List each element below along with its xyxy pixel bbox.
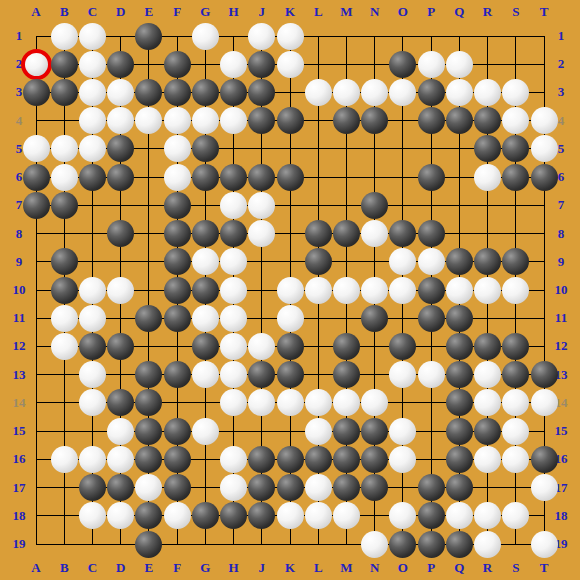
stone-white-k14[interactable] [277, 389, 304, 416]
stone-black-p3[interactable] [418, 79, 445, 106]
row-label-right-3: 3 [558, 84, 565, 100]
stone-white-n8[interactable] [361, 220, 388, 247]
column-label-bottom-e: E [145, 560, 154, 576]
stone-black-d17[interactable] [107, 474, 134, 501]
column-label-top-a: A [31, 4, 40, 20]
stone-black-n17[interactable] [361, 474, 388, 501]
stone-black-j17[interactable] [248, 474, 275, 501]
stone-white-e4[interactable] [135, 107, 162, 134]
stone-white-s4[interactable] [502, 107, 529, 134]
row-label-left-10: 10 [13, 282, 26, 298]
stone-white-h14[interactable] [220, 389, 247, 416]
stone-black-q14[interactable] [446, 389, 473, 416]
stone-white-j12[interactable] [248, 333, 275, 360]
stone-white-h12[interactable] [220, 333, 247, 360]
stone-black-d6[interactable] [107, 164, 134, 191]
column-label-top-e: E [145, 4, 154, 20]
stone-black-q15[interactable] [446, 418, 473, 445]
column-label-bottom-n: N [370, 560, 379, 576]
row-label-right-12: 12 [555, 338, 568, 354]
stone-white-r10[interactable] [474, 277, 501, 304]
stone-black-p6[interactable] [418, 164, 445, 191]
stone-black-r15[interactable] [474, 418, 501, 445]
stone-black-e15[interactable] [135, 418, 162, 445]
stone-white-s15[interactable] [502, 418, 529, 445]
row-label-left-9: 9 [16, 254, 23, 270]
stone-black-f11[interactable] [164, 305, 191, 332]
stone-white-c16[interactable] [79, 446, 106, 473]
stone-black-f7[interactable] [164, 192, 191, 219]
stone-black-a6[interactable] [23, 164, 50, 191]
stone-white-a5[interactable] [23, 135, 50, 162]
row-label-right-5: 5 [558, 141, 565, 157]
stone-black-p11[interactable] [418, 305, 445, 332]
row-label-left-8: 8 [16, 226, 23, 242]
stone-black-h6[interactable] [220, 164, 247, 191]
stone-white-r18[interactable] [474, 502, 501, 529]
stone-white-k2[interactable] [277, 51, 304, 78]
stone-black-p17[interactable] [418, 474, 445, 501]
stone-black-m17[interactable] [333, 474, 360, 501]
column-label-top-o: O [398, 4, 408, 20]
stone-black-s12[interactable] [502, 333, 529, 360]
row-label-left-7: 7 [16, 197, 23, 213]
stone-white-l14[interactable] [305, 389, 332, 416]
column-label-bottom-r: R [483, 560, 492, 576]
stone-white-t5[interactable] [531, 135, 558, 162]
stone-white-t17[interactable] [531, 474, 558, 501]
stone-black-l16[interactable] [305, 446, 332, 473]
row-label-left-3: 3 [16, 84, 23, 100]
stone-black-e11[interactable] [135, 305, 162, 332]
stone-white-c13[interactable] [79, 361, 106, 388]
column-label-bottom-s: S [512, 560, 519, 576]
stone-white-c14[interactable] [79, 389, 106, 416]
stone-black-m12[interactable] [333, 333, 360, 360]
row-label-right-8: 8 [558, 226, 565, 242]
row-label-left-19: 19 [13, 536, 26, 552]
stone-black-k16[interactable] [277, 446, 304, 473]
stone-black-t6[interactable] [531, 164, 558, 191]
stone-black-m4[interactable] [333, 107, 360, 134]
stone-black-t13[interactable] [531, 361, 558, 388]
row-label-left-12: 12 [13, 338, 26, 354]
stone-white-r13[interactable] [474, 361, 501, 388]
stone-white-j1[interactable] [248, 23, 275, 50]
stone-white-f18[interactable] [164, 502, 191, 529]
stone-black-g10[interactable] [192, 277, 219, 304]
column-label-top-k: K [285, 4, 295, 20]
stone-white-l18[interactable] [305, 502, 332, 529]
stone-black-q19[interactable] [446, 531, 473, 558]
stone-black-r12[interactable] [474, 333, 501, 360]
stone-black-e18[interactable] [135, 502, 162, 529]
stone-black-f16[interactable] [164, 446, 191, 473]
column-label-bottom-g: G [200, 560, 210, 576]
stone-white-n14[interactable] [361, 389, 388, 416]
stone-white-p9[interactable] [418, 248, 445, 275]
stone-white-h7[interactable] [220, 192, 247, 219]
row-label-left-4: 4 [16, 113, 23, 129]
stone-black-j18[interactable] [248, 502, 275, 529]
stone-black-f8[interactable] [164, 220, 191, 247]
stone-white-b12[interactable] [51, 333, 78, 360]
row-label-left-14: 14 [13, 395, 26, 411]
column-label-bottom-t: T [540, 560, 549, 576]
stone-white-k11[interactable] [277, 305, 304, 332]
stone-white-t4[interactable] [531, 107, 558, 134]
stone-black-k17[interactable] [277, 474, 304, 501]
row-label-left-17: 17 [13, 480, 26, 496]
stone-black-r4[interactable] [474, 107, 501, 134]
stone-black-k4[interactable] [277, 107, 304, 134]
stone-white-b5[interactable] [51, 135, 78, 162]
stone-black-e3[interactable] [135, 79, 162, 106]
stone-white-m14[interactable] [333, 389, 360, 416]
stone-black-o19[interactable] [389, 531, 416, 558]
stone-white-e17[interactable] [135, 474, 162, 501]
stone-white-r16[interactable] [474, 446, 501, 473]
stone-black-q11[interactable] [446, 305, 473, 332]
row-label-left-5: 5 [16, 141, 23, 157]
stone-black-j2[interactable] [248, 51, 275, 78]
stone-black-t16[interactable] [531, 446, 558, 473]
stone-black-n7[interactable] [361, 192, 388, 219]
column-label-bottom-h: H [228, 560, 238, 576]
column-label-bottom-f: F [173, 560, 181, 576]
stone-white-d15[interactable] [107, 418, 134, 445]
stone-black-n15[interactable] [361, 418, 388, 445]
stone-black-p4[interactable] [418, 107, 445, 134]
column-label-bottom-a: A [31, 560, 40, 576]
stone-white-g13[interactable] [192, 361, 219, 388]
stone-white-r14[interactable] [474, 389, 501, 416]
stone-white-r6[interactable] [474, 164, 501, 191]
stone-black-l8[interactable] [305, 220, 332, 247]
column-label-top-r: R [483, 4, 492, 20]
stone-black-h3[interactable] [220, 79, 247, 106]
stone-white-q3[interactable] [446, 79, 473, 106]
stone-white-n10[interactable] [361, 277, 388, 304]
stone-white-n19[interactable] [361, 531, 388, 558]
stone-white-d3[interactable] [107, 79, 134, 106]
column-label-top-c: C [88, 4, 97, 20]
stone-black-s13[interactable] [502, 361, 529, 388]
stone-white-k18[interactable] [277, 502, 304, 529]
stone-white-k10[interactable] [277, 277, 304, 304]
column-label-top-q: Q [454, 4, 464, 20]
column-label-bottom-d: D [116, 560, 125, 576]
stone-white-g9[interactable] [192, 248, 219, 275]
stone-white-d16[interactable] [107, 446, 134, 473]
stone-black-j3[interactable] [248, 79, 275, 106]
stone-black-j4[interactable] [248, 107, 275, 134]
stone-white-c5[interactable] [79, 135, 106, 162]
row-label-right-18: 18 [555, 508, 568, 524]
stone-white-m10[interactable] [333, 277, 360, 304]
stone-black-q13[interactable] [446, 361, 473, 388]
stone-black-m15[interactable] [333, 418, 360, 445]
stone-black-l9[interactable] [305, 248, 332, 275]
stone-black-n4[interactable] [361, 107, 388, 134]
stone-black-e1[interactable] [135, 23, 162, 50]
stone-black-d8[interactable] [107, 220, 134, 247]
stone-black-c12[interactable] [79, 333, 106, 360]
stone-white-h11[interactable] [220, 305, 247, 332]
stone-white-l15[interactable] [305, 418, 332, 445]
stone-white-s16[interactable] [502, 446, 529, 473]
stone-white-c10[interactable] [79, 277, 106, 304]
row-label-left-18: 18 [13, 508, 26, 524]
stone-white-t14[interactable] [531, 389, 558, 416]
row-label-right-9: 9 [558, 254, 565, 270]
column-label-bottom-o: O [398, 560, 408, 576]
stone-white-k1[interactable] [277, 23, 304, 50]
row-label-right-2: 2 [558, 56, 565, 72]
stone-white-r3[interactable] [474, 79, 501, 106]
stone-white-d4[interactable] [107, 107, 134, 134]
column-label-bottom-c: C [88, 560, 97, 576]
stone-white-o15[interactable] [389, 418, 416, 445]
stone-white-g11[interactable] [192, 305, 219, 332]
stone-black-j13[interactable] [248, 361, 275, 388]
stone-white-o13[interactable] [389, 361, 416, 388]
stone-black-h18[interactable] [220, 502, 247, 529]
column-label-bottom-m: M [340, 560, 352, 576]
stone-white-b16[interactable] [51, 446, 78, 473]
row-label-right-1: 1 [558, 28, 565, 44]
stone-white-t19[interactable] [531, 531, 558, 558]
stone-white-c2[interactable] [79, 51, 106, 78]
stone-white-j8[interactable] [248, 220, 275, 247]
stone-black-d5[interactable] [107, 135, 134, 162]
stone-white-s10[interactable] [502, 277, 529, 304]
row-label-left-11: 11 [13, 310, 25, 326]
stone-white-b6[interactable] [51, 164, 78, 191]
stone-black-f3[interactable] [164, 79, 191, 106]
stone-black-q4[interactable] [446, 107, 473, 134]
stone-black-r9[interactable] [474, 248, 501, 275]
stone-black-h8[interactable] [220, 220, 247, 247]
row-label-right-6: 6 [558, 169, 565, 185]
stone-black-g5[interactable] [192, 135, 219, 162]
column-label-bottom-q: Q [454, 560, 464, 576]
stone-white-f5[interactable] [164, 135, 191, 162]
stone-black-p10[interactable] [418, 277, 445, 304]
stone-black-f2[interactable] [164, 51, 191, 78]
stone-black-f15[interactable] [164, 418, 191, 445]
row-label-right-15: 15 [555, 423, 568, 439]
stone-white-q10[interactable] [446, 277, 473, 304]
stone-white-c4[interactable] [79, 107, 106, 134]
stone-black-g8[interactable] [192, 220, 219, 247]
stone-black-p19[interactable] [418, 531, 445, 558]
stone-black-m13[interactable] [333, 361, 360, 388]
stone-black-k6[interactable] [277, 164, 304, 191]
stone-black-e19[interactable] [135, 531, 162, 558]
stone-black-e14[interactable] [135, 389, 162, 416]
stone-black-e13[interactable] [135, 361, 162, 388]
stone-black-g18[interactable] [192, 502, 219, 529]
stone-white-l3[interactable] [305, 79, 332, 106]
stone-black-b2[interactable] [51, 51, 78, 78]
column-label-top-t: T [540, 4, 549, 20]
stone-white-s3[interactable] [502, 79, 529, 106]
row-label-right-10: 10 [555, 282, 568, 298]
row-label-left-13: 13 [13, 367, 26, 383]
stone-white-o18[interactable] [389, 502, 416, 529]
stone-black-f17[interactable] [164, 474, 191, 501]
stone-white-o10[interactable] [389, 277, 416, 304]
stone-black-j6[interactable] [248, 164, 275, 191]
stone-white-l10[interactable] [305, 277, 332, 304]
stone-black-s9[interactable] [502, 248, 529, 275]
stone-white-last-move-marker-a2[interactable] [21, 49, 52, 80]
row-label-right-7: 7 [558, 197, 565, 213]
stone-white-h17[interactable] [220, 474, 247, 501]
column-label-top-p: P [427, 4, 435, 20]
stone-black-c6[interactable] [79, 164, 106, 191]
stone-white-m18[interactable] [333, 502, 360, 529]
stone-white-d10[interactable] [107, 277, 134, 304]
row-label-left-1: 1 [16, 28, 23, 44]
stone-white-c1[interactable] [79, 23, 106, 50]
column-label-top-h: H [228, 4, 238, 20]
stone-black-b3[interactable] [51, 79, 78, 106]
stone-white-h13[interactable] [220, 361, 247, 388]
stone-black-r5[interactable] [474, 135, 501, 162]
column-label-top-b: B [60, 4, 69, 20]
stone-white-b1[interactable] [51, 23, 78, 50]
row-label-left-16: 16 [13, 451, 26, 467]
stone-white-g15[interactable] [192, 418, 219, 445]
stone-black-d12[interactable] [107, 333, 134, 360]
stone-black-f13[interactable] [164, 361, 191, 388]
column-label-bottom-j: J [259, 560, 266, 576]
stone-white-c18[interactable] [79, 502, 106, 529]
stone-white-h10[interactable] [220, 277, 247, 304]
stone-black-q16[interactable] [446, 446, 473, 473]
stone-black-c17[interactable] [79, 474, 106, 501]
stone-black-m16[interactable] [333, 446, 360, 473]
row-label-left-15: 15 [13, 423, 26, 439]
column-label-top-n: N [370, 4, 379, 20]
stone-white-g4[interactable] [192, 107, 219, 134]
stone-black-a3[interactable] [23, 79, 50, 106]
stone-black-b10[interactable] [51, 277, 78, 304]
stone-white-j14[interactable] [248, 389, 275, 416]
row-label-left-6: 6 [16, 169, 23, 185]
stone-black-f10[interactable] [164, 277, 191, 304]
stone-black-g6[interactable] [192, 164, 219, 191]
stone-white-q18[interactable] [446, 502, 473, 529]
column-label-top-d: D [116, 4, 125, 20]
column-label-top-f: F [173, 4, 181, 20]
column-label-top-s: S [512, 4, 519, 20]
stone-white-h16[interactable] [220, 446, 247, 473]
stone-white-m3[interactable] [333, 79, 360, 106]
stone-black-q17[interactable] [446, 474, 473, 501]
column-label-top-l: L [314, 4, 323, 20]
stone-black-n16[interactable] [361, 446, 388, 473]
stone-white-l17[interactable] [305, 474, 332, 501]
stone-white-o3[interactable] [389, 79, 416, 106]
stone-white-f4[interactable] [164, 107, 191, 134]
column-label-bottom-b: B [60, 560, 69, 576]
stone-black-m8[interactable] [333, 220, 360, 247]
stone-black-o12[interactable] [389, 333, 416, 360]
stone-black-o2[interactable] [389, 51, 416, 78]
stone-white-n3[interactable] [361, 79, 388, 106]
column-label-top-g: G [200, 4, 210, 20]
stone-white-p2[interactable] [418, 51, 445, 78]
column-label-top-j: J [259, 4, 266, 20]
stone-white-j7[interactable] [248, 192, 275, 219]
stone-black-k13[interactable] [277, 361, 304, 388]
stone-white-c3[interactable] [79, 79, 106, 106]
stone-black-s6[interactable] [502, 164, 529, 191]
stone-black-q9[interactable] [446, 248, 473, 275]
stone-white-h9[interactable] [220, 248, 247, 275]
row-label-right-11: 11 [555, 310, 567, 326]
stone-white-f6[interactable] [164, 164, 191, 191]
stone-black-d2[interactable] [107, 51, 134, 78]
stone-black-p8[interactable] [418, 220, 445, 247]
stone-white-b11[interactable] [51, 305, 78, 332]
stone-black-g3[interactable] [192, 79, 219, 106]
column-label-bottom-k: K [285, 560, 295, 576]
stone-black-s5[interactable] [502, 135, 529, 162]
stone-white-h2[interactable] [220, 51, 247, 78]
stone-black-j16[interactable] [248, 446, 275, 473]
stone-black-d14[interactable] [107, 389, 134, 416]
stone-black-n11[interactable] [361, 305, 388, 332]
stone-white-o16[interactable] [389, 446, 416, 473]
stone-black-b9[interactable] [51, 248, 78, 275]
stone-black-p18[interactable] [418, 502, 445, 529]
stone-black-q12[interactable] [446, 333, 473, 360]
column-label-bottom-l: L [314, 560, 323, 576]
stone-white-g1[interactable] [192, 23, 219, 50]
stone-white-s18[interactable] [502, 502, 529, 529]
stone-white-r19[interactable] [474, 531, 501, 558]
stone-white-p13[interactable] [418, 361, 445, 388]
stone-white-s14[interactable] [502, 389, 529, 416]
column-label-bottom-p: P [427, 560, 435, 576]
stone-white-h4[interactable] [220, 107, 247, 134]
stone-black-k12[interactable] [277, 333, 304, 360]
row-label-right-4: 4 [558, 113, 565, 129]
column-label-top-m: M [340, 4, 352, 20]
stone-white-d18[interactable] [107, 502, 134, 529]
go-board-window: AABBCCDDEEFFGGHHJJKKLLMMNNOOPPQQRRSSTT11… [0, 0, 580, 580]
stone-black-o8[interactable] [389, 220, 416, 247]
stone-white-o9[interactable] [389, 248, 416, 275]
stone-black-b7[interactable] [51, 192, 78, 219]
stone-white-q2[interactable] [446, 51, 473, 78]
stone-black-a7[interactable] [23, 192, 50, 219]
stone-black-f9[interactable] [164, 248, 191, 275]
stone-black-g12[interactable] [192, 333, 219, 360]
stone-white-c11[interactable] [79, 305, 106, 332]
stone-black-e16[interactable] [135, 446, 162, 473]
